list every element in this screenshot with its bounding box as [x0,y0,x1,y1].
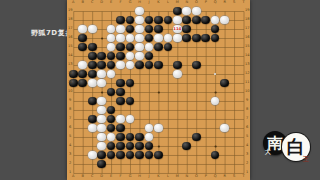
intersection-O2[interactable] [191,160,200,169]
intersection-F10[interactable] [116,88,125,97]
intersection-K18[interactable] [154,16,163,25]
intersection-J9[interactable] [144,97,153,106]
intersection-K7[interactable] [154,115,163,124]
intersection-R15[interactable] [220,43,229,52]
intersection-E19[interactable] [106,7,115,16]
intersection-H18[interactable] [135,16,144,25]
intersection-O12[interactable] [191,70,200,79]
intersection-L4[interactable] [163,142,172,151]
intersection-M14[interactable] [173,52,182,61]
intersection-E6[interactable] [106,124,115,133]
intersection-O17[interactable] [191,25,200,34]
intersection-P5[interactable] [201,133,210,142]
intersection-K5[interactable] [154,133,163,142]
intersection-D8[interactable] [97,106,106,115]
intersection-J4[interactable] [144,142,153,151]
intersection-S6[interactable] [229,124,238,133]
intersection-N7[interactable] [182,115,191,124]
intersection-K6[interactable] [154,124,163,133]
intersection-D11[interactable] [97,79,106,88]
intersection-K15[interactable] [154,43,163,52]
intersection-Q2[interactable] [210,160,219,169]
intersection-F9[interactable] [116,97,125,106]
intersection-S4[interactable] [229,142,238,151]
intersection-O10[interactable] [191,88,200,97]
intersection-D7[interactable] [97,115,106,124]
intersection-N13[interactable] [182,61,191,70]
intersection-N14[interactable] [182,52,191,61]
intersection-L9[interactable] [163,97,172,106]
intersection-L16[interactable] [163,34,172,43]
intersection-H4[interactable] [135,142,144,151]
intersection-B16[interactable] [78,34,87,43]
intersection-Q11[interactable] [210,79,219,88]
intersection-P10[interactable] [201,88,210,97]
intersection-R17[interactable] [220,25,229,34]
intersection-E11[interactable] [106,79,115,88]
intersection-B14[interactable] [78,52,87,61]
intersection-N2[interactable] [182,160,191,169]
intersection-M8[interactable] [173,106,182,115]
intersection-H3[interactable] [135,151,144,160]
intersection-K2[interactable] [154,160,163,169]
intersection-C2[interactable] [88,160,97,169]
intersection-C12[interactable] [88,70,97,79]
intersection-H11[interactable] [135,79,144,88]
intersection-G15[interactable] [125,43,134,52]
intersection-J8[interactable] [144,106,153,115]
intersection-Q17[interactable] [210,25,219,34]
intersection-H15[interactable] [135,43,144,52]
intersection-L2[interactable] [163,160,172,169]
intersection-P18[interactable] [201,16,210,25]
intersection-Q6[interactable] [210,124,219,133]
intersection-Q13[interactable] [210,61,219,70]
intersection-O19[interactable] [191,7,200,16]
intersection-N17[interactable] [182,25,191,34]
intersection-E15[interactable] [106,43,115,52]
intersection-F15[interactable] [116,43,125,52]
intersection-D12[interactable] [97,70,106,79]
intersection-E9[interactable] [106,97,115,106]
intersection-L15[interactable] [163,43,172,52]
intersection-M15[interactable] [173,43,182,52]
intersection-H7[interactable] [135,115,144,124]
intersection-K19[interactable] [154,7,163,16]
intersection-Q3[interactable] [210,151,219,160]
intersection-L13[interactable] [163,61,172,70]
intersection-N12[interactable] [182,70,191,79]
intersection-B12[interactable] [78,70,87,79]
intersection-F17[interactable] [116,25,125,34]
intersection-O8[interactable] [191,106,200,115]
intersection-H13[interactable] [135,61,144,70]
intersection-R11[interactable] [220,79,229,88]
intersection-M5[interactable] [173,133,182,142]
intersection-P7[interactable] [201,115,210,124]
intersection-E18[interactable] [106,16,115,25]
intersection-C18[interactable] [88,16,97,25]
intersection-O5[interactable] [191,133,200,142]
intersection-G6[interactable] [125,124,134,133]
intersection-E10[interactable] [106,88,115,97]
intersection-O4[interactable] [191,142,200,151]
intersection-P4[interactable] [201,142,210,151]
intersection-Q7[interactable] [210,115,219,124]
intersection-J10[interactable] [144,88,153,97]
intersection-G10[interactable] [125,88,134,97]
intersection-G9[interactable] [125,97,134,106]
intersection-H9[interactable] [135,97,144,106]
intersection-E14[interactable] [106,52,115,61]
intersection-G2[interactable] [125,160,134,169]
intersection-P3[interactable] [201,151,210,160]
intersection-Q15[interactable] [210,43,219,52]
intersection-N4[interactable] [182,142,191,151]
intersection-D18[interactable] [97,16,106,25]
intersection-R16[interactable] [220,34,229,43]
intersection-M9[interactable] [173,97,182,106]
intersection-H17[interactable] [135,25,144,34]
intersection-B4[interactable] [78,142,87,151]
intersection-B15[interactable] [78,43,87,52]
intersection-O14[interactable] [191,52,200,61]
intersection-N9[interactable] [182,97,191,106]
intersection-B10[interactable] [78,88,87,97]
intersection-B5[interactable] [78,133,87,142]
intersection-S2[interactable] [229,160,238,169]
intersection-N15[interactable] [182,43,191,52]
intersection-F12[interactable] [116,70,125,79]
intersection-G17[interactable] [125,25,134,34]
intersection-B7[interactable] [78,115,87,124]
intersection-K16[interactable] [154,34,163,43]
intersection-E3[interactable] [106,151,115,160]
intersection-K4[interactable] [154,142,163,151]
intersection-F18[interactable] [116,16,125,25]
intersection-E17[interactable] [106,25,115,34]
intersection-C10[interactable] [88,88,97,97]
intersection-H16[interactable] [135,34,144,43]
intersection-K10[interactable] [154,88,163,97]
intersection-E5[interactable] [106,133,115,142]
intersection-M18[interactable] [173,16,182,25]
intersection-M16[interactable] [173,34,182,43]
intersection-G4[interactable] [125,142,134,151]
intersection-N10[interactable] [182,88,191,97]
intersection-Q16[interactable] [210,34,219,43]
intersection-R18[interactable] [220,16,229,25]
intersection-M3[interactable] [173,151,182,160]
intersection-O3[interactable] [191,151,200,160]
intersection-D3[interactable] [97,151,106,160]
intersection-P12[interactable] [201,70,210,79]
intersection-Q10[interactable] [210,88,219,97]
intersection-O16[interactable] [191,34,200,43]
intersection-P9[interactable] [201,97,210,106]
intersection-K11[interactable] [154,79,163,88]
intersection-L19[interactable] [163,7,172,16]
intersection-M17[interactable]: 114 [173,25,182,34]
intersection-J14[interactable] [144,52,153,61]
intersection-J12[interactable] [144,70,153,79]
intersection-G3[interactable] [125,151,134,160]
intersection-R6[interactable] [220,124,229,133]
intersection-H6[interactable] [135,124,144,133]
go-board[interactable]: 114 AABBCCDDEEFFGGHHJJKKLLMMNNOOPPQQRRSS… [67,0,250,180]
intersection-F16[interactable] [116,34,125,43]
intersection-L5[interactable] [163,133,172,142]
intersection-Q9[interactable] [210,97,219,106]
intersection-S17[interactable] [229,25,238,34]
intersection-K12[interactable] [154,70,163,79]
intersection-B2[interactable] [78,160,87,169]
intersection-C8[interactable] [88,106,97,115]
intersection-K8[interactable] [154,106,163,115]
intersection-L17[interactable] [163,25,172,34]
intersection-J19[interactable] [144,7,153,16]
intersection-S14[interactable] [229,52,238,61]
intersection-H5[interactable] [135,133,144,142]
intersection-Q14[interactable] [210,52,219,61]
intersection-F13[interactable] [116,61,125,70]
intersection-L11[interactable] [163,79,172,88]
intersection-P17[interactable] [201,25,210,34]
intersection-O18[interactable] [191,16,200,25]
intersection-D9[interactable] [97,97,106,106]
intersection-H2[interactable] [135,160,144,169]
intersection-H19[interactable] [135,7,144,16]
intersection-K17[interactable] [154,25,163,34]
intersection-M10[interactable] [173,88,182,97]
intersection-L3[interactable] [163,151,172,160]
intersection-N18[interactable] [182,16,191,25]
intersection-S11[interactable] [229,79,238,88]
intersection-R12[interactable] [220,70,229,79]
intersection-M4[interactable] [173,142,182,151]
intersection-K13[interactable] [154,61,163,70]
intersection-S8[interactable] [229,106,238,115]
intersection-J2[interactable] [144,160,153,169]
intersection-O15[interactable] [191,43,200,52]
intersection-M13[interactable] [173,61,182,70]
intersection-N3[interactable] [182,151,191,160]
intersection-J18[interactable] [144,16,153,25]
intersection-J7[interactable] [144,115,153,124]
intersection-C7[interactable] [88,115,97,124]
intersection-C3[interactable] [88,151,97,160]
intersection-M7[interactable] [173,115,182,124]
intersection-G18[interactable] [125,16,134,25]
intersection-D14[interactable] [97,52,106,61]
intersection-B9[interactable] [78,97,87,106]
intersection-E4[interactable] [106,142,115,151]
intersection-F2[interactable] [116,160,125,169]
intersection-O9[interactable] [191,97,200,106]
intersection-C6[interactable] [88,124,97,133]
intersection-S5[interactable] [229,133,238,142]
intersection-R9[interactable] [220,97,229,106]
intersection-G19[interactable] [125,7,134,16]
intersection-G7[interactable] [125,115,134,124]
intersection-F7[interactable] [116,115,125,124]
intersection-F19[interactable] [116,7,125,16]
intersection-H10[interactable] [135,88,144,97]
intersection-C4[interactable] [88,142,97,151]
intersection-P14[interactable] [201,52,210,61]
intersection-L18[interactable] [163,16,172,25]
intersection-R7[interactable] [220,115,229,124]
intersection-S7[interactable] [229,115,238,124]
intersection-C11[interactable] [88,79,97,88]
intersection-C15[interactable] [88,43,97,52]
intersection-Q19[interactable] [210,7,219,16]
intersection-D4[interactable] [97,142,106,151]
intersection-F11[interactable] [116,79,125,88]
intersection-C9[interactable] [88,97,97,106]
intersection-Q18[interactable] [210,16,219,25]
intersection-J13[interactable] [144,61,153,70]
intersection-S18[interactable] [229,16,238,25]
intersection-E8[interactable] [106,106,115,115]
intersection-E2[interactable] [106,160,115,169]
intersection-C14[interactable] [88,52,97,61]
intersection-S9[interactable] [229,97,238,106]
intersection-R13[interactable] [220,61,229,70]
intersection-L7[interactable] [163,115,172,124]
intersection-L8[interactable] [163,106,172,115]
intersection-P19[interactable] [201,7,210,16]
intersection-S10[interactable] [229,88,238,97]
intersection-C13[interactable] [88,61,97,70]
intersection-R19[interactable] [220,7,229,16]
intersection-G12[interactable] [125,70,134,79]
intersection-F3[interactable] [116,151,125,160]
intersection-B17[interactable] [78,25,87,34]
intersection-N19[interactable] [182,7,191,16]
intersection-S19[interactable] [229,7,238,16]
intersection-E12[interactable] [106,70,115,79]
intersection-M12[interactable] [173,70,182,79]
intersection-L6[interactable] [163,124,172,133]
intersection-D2[interactable] [97,160,106,169]
intersection-D13[interactable] [97,61,106,70]
intersection-D6[interactable] [97,124,106,133]
intersection-J11[interactable] [144,79,153,88]
intersection-D19[interactable] [97,7,106,16]
intersection-P6[interactable] [201,124,210,133]
intersection-M6[interactable] [173,124,182,133]
intersection-Q4[interactable] [210,142,219,151]
intersection-E13[interactable] [106,61,115,70]
intersection-J16[interactable] [144,34,153,43]
intersection-C5[interactable] [88,133,97,142]
intersection-O13[interactable] [191,61,200,70]
intersection-J3[interactable] [144,151,153,160]
intersection-F14[interactable] [116,52,125,61]
intersection-P16[interactable] [201,34,210,43]
intersection-S3[interactable] [229,151,238,160]
intersection-K3[interactable] [154,151,163,160]
intersection-R5[interactable] [220,133,229,142]
intersection-N16[interactable] [182,34,191,43]
intersection-M2[interactable] [173,160,182,169]
intersection-H14[interactable] [135,52,144,61]
intersection-K14[interactable] [154,52,163,61]
intersection-P13[interactable] [201,61,210,70]
intersection-B8[interactable] [78,106,87,115]
intersection-C17[interactable] [88,25,97,34]
intersection-R3[interactable] [220,151,229,160]
intersection-H8[interactable] [135,106,144,115]
intersection-P15[interactable] [201,43,210,52]
intersection-J6[interactable] [144,124,153,133]
intersection-B11[interactable] [78,79,87,88]
intersection-G5[interactable] [125,133,134,142]
intersection-Q8[interactable] [210,106,219,115]
intersection-L12[interactable] [163,70,172,79]
intersection-S16[interactable] [229,34,238,43]
intersection-S15[interactable] [229,43,238,52]
intersection-G11[interactable] [125,79,134,88]
intersection-O7[interactable] [191,115,200,124]
intersection-O6[interactable] [191,124,200,133]
intersection-Q5[interactable] [210,133,219,142]
intersection-M11[interactable] [173,79,182,88]
intersection-D10[interactable] [97,88,106,97]
intersection-F4[interactable] [116,142,125,151]
intersection-S12[interactable] [229,70,238,79]
intersection-C19[interactable] [88,7,97,16]
intersection-B6[interactable] [78,124,87,133]
intersection-E7[interactable] [106,115,115,124]
intersection-N11[interactable] [182,79,191,88]
intersection-B13[interactable] [78,61,87,70]
intersection-N5[interactable] [182,133,191,142]
intersection-B19[interactable] [78,7,87,16]
intersection-B18[interactable] [78,16,87,25]
intersection-J17[interactable] [144,25,153,34]
intersection-G8[interactable] [125,106,134,115]
intersection-P11[interactable] [201,79,210,88]
intersection-D5[interactable] [97,133,106,142]
intersection-R4[interactable] [220,142,229,151]
intersection-Q12[interactable] [210,70,219,79]
intersection-D17[interactable] [97,25,106,34]
intersection-E16[interactable] [106,34,115,43]
intersection-M19[interactable] [173,7,182,16]
intersection-N6[interactable] [182,124,191,133]
intersection-F5[interactable] [116,133,125,142]
intersection-F6[interactable] [116,124,125,133]
intersection-G14[interactable] [125,52,134,61]
intersection-S13[interactable] [229,61,238,70]
intersection-R10[interactable] [220,88,229,97]
intersection-G16[interactable] [125,34,134,43]
intersection-J5[interactable] [144,133,153,142]
intersection-R2[interactable] [220,160,229,169]
intersection-K9[interactable] [154,97,163,106]
intersection-D15[interactable] [97,43,106,52]
intersection-F8[interactable] [116,106,125,115]
intersection-P8[interactable] [201,106,210,115]
intersection-D16[interactable] [97,34,106,43]
intersection-R14[interactable] [220,52,229,61]
intersection-N8[interactable] [182,106,191,115]
intersection-B3[interactable] [78,151,87,160]
intersection-P2[interactable] [201,160,210,169]
intersection-J15[interactable] [144,43,153,52]
